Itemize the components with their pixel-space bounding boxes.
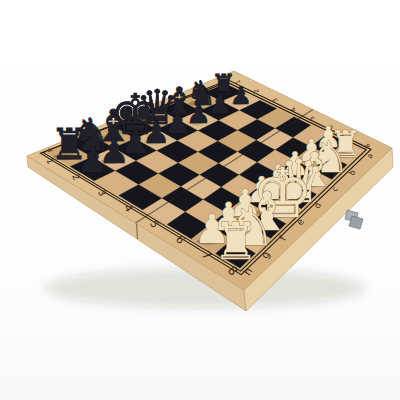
chess-set-product-photo[interactable]: 1122334455667788aabbccddeeffgghh♜♟♞♝♟♛♟♚… xyxy=(0,0,400,400)
piece-black-pawn-b2: ♟ xyxy=(208,89,231,119)
piece-black-pawn-h2: ♟ xyxy=(77,139,109,180)
chess-board-scene: 1122334455667788aabbccddeeffgghh♜♟♞♝♟♛♟♚… xyxy=(0,0,400,400)
clasp-icon xyxy=(349,216,363,229)
piece-black-pawn-a2: ♟ xyxy=(230,81,252,110)
piece-white-rook-h8: ♜ xyxy=(213,212,259,271)
